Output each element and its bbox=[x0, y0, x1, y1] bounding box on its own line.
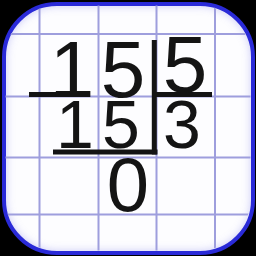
division-worksheet: 1 5 5 1 5 3 0 bbox=[0, 0, 256, 256]
app-icon-background: 1 5 5 1 5 3 0 bbox=[0, 0, 256, 256]
digit-product-tens: 1 bbox=[56, 86, 94, 162]
digit-quotient: 3 bbox=[163, 86, 201, 162]
digit-remainder: 0 bbox=[107, 142, 149, 227]
